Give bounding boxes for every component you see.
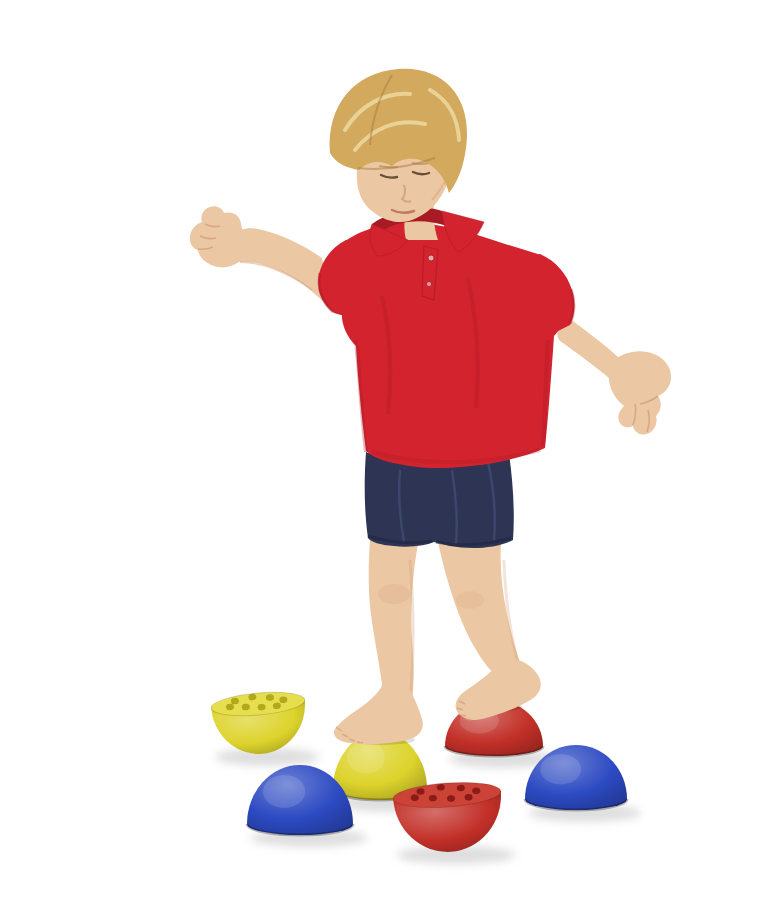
foot-left	[334, 686, 423, 744]
stone-highlight	[263, 775, 305, 808]
button-top	[428, 255, 434, 261]
stone-highlight	[347, 742, 385, 774]
leg-right	[438, 542, 522, 676]
arm-left	[235, 228, 330, 308]
stepping-stone-5-red-flat-top-up	[392, 779, 505, 855]
knee-left-shade	[378, 584, 410, 604]
foot-right	[456, 660, 541, 720]
hand-right	[609, 351, 671, 434]
button-bottom	[426, 281, 431, 286]
hand-left	[190, 206, 243, 267]
polo-shirt	[342, 222, 562, 468]
stepping-stones-group	[210, 689, 641, 864]
stepping-stone-1-yellow-flat-top-up	[210, 689, 309, 758]
boy-figure	[190, 69, 671, 744]
photo-canvas	[0, 0, 783, 900]
stone-highlight	[540, 754, 581, 784]
sleeve-left	[318, 240, 359, 320]
knee-right-shade	[456, 591, 484, 609]
